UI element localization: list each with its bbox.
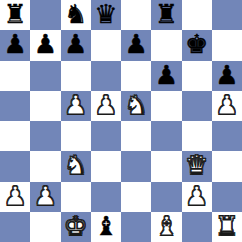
- white-pawn-g2[interactable]: ♟: [185, 183, 208, 209]
- black-pawn-b7[interactable]: ♟: [34, 31, 57, 57]
- square-b7[interactable]: ♟: [30, 30, 60, 60]
- square-b5[interactable]: [30, 91, 60, 121]
- square-b3[interactable]: [30, 151, 60, 181]
- white-pawn-c5[interactable]: ♟: [64, 92, 87, 118]
- square-d2[interactable]: [91, 182, 121, 212]
- square-c6[interactable]: [61, 61, 91, 91]
- white-pawn-a2[interactable]: ♟: [3, 183, 26, 209]
- black-queen-d8[interactable]: ♛: [94, 1, 117, 27]
- square-b1[interactable]: [30, 212, 60, 242]
- square-d3[interactable]: [91, 151, 121, 181]
- square-g5[interactable]: [182, 91, 212, 121]
- white-pawn-d5[interactable]: ♟: [94, 92, 117, 118]
- black-rook-f8[interactable]: ♜: [155, 1, 178, 27]
- square-b4[interactable]: [30, 121, 60, 151]
- square-c4[interactable]: [61, 121, 91, 151]
- square-b6[interactable]: [30, 61, 60, 91]
- chess-board-container: ♜♞♛♜♟♟♟♟♚♟♟♟♟♞♟♞♛♟♟♟♚♝♝♜: [0, 0, 242, 242]
- square-f2[interactable]: [151, 182, 181, 212]
- black-knight-c8[interactable]: ♞: [64, 1, 87, 27]
- square-h2[interactable]: [212, 182, 242, 212]
- black-pawn-f6[interactable]: ♟: [155, 62, 178, 88]
- black-pawn-c7[interactable]: ♟: [64, 31, 87, 57]
- white-knight-e5[interactable]: ♞: [124, 92, 147, 118]
- white-pawn-h5[interactable]: ♟: [215, 92, 238, 118]
- square-f5[interactable]: [151, 91, 181, 121]
- square-g3[interactable]: ♛: [182, 151, 212, 181]
- square-e1[interactable]: [121, 212, 151, 242]
- square-d6[interactable]: [91, 61, 121, 91]
- square-h6[interactable]: ♟: [212, 61, 242, 91]
- square-g1[interactable]: [182, 212, 212, 242]
- square-c8[interactable]: ♞: [61, 0, 91, 30]
- square-a7[interactable]: ♟: [0, 30, 30, 60]
- square-a4[interactable]: [0, 121, 30, 151]
- square-c1[interactable]: ♚: [61, 212, 91, 242]
- square-e8[interactable]: [121, 0, 151, 30]
- black-bishop-d1[interactable]: ♝: [94, 213, 117, 239]
- square-c7[interactable]: ♟: [61, 30, 91, 60]
- black-king-g7[interactable]: ♚: [185, 31, 208, 57]
- square-f3[interactable]: [151, 151, 181, 181]
- black-pawn-a7[interactable]: ♟: [3, 31, 26, 57]
- square-e6[interactable]: [121, 61, 151, 91]
- square-d8[interactable]: ♛: [91, 0, 121, 30]
- square-a1[interactable]: [0, 212, 30, 242]
- square-f1[interactable]: ♝: [151, 212, 181, 242]
- square-c3[interactable]: ♞: [61, 151, 91, 181]
- square-e3[interactable]: [121, 151, 151, 181]
- chess-board: ♜♞♛♜♟♟♟♟♚♟♟♟♟♞♟♞♛♟♟♟♚♝♝♜: [0, 0, 242, 242]
- square-e5[interactable]: ♞: [121, 91, 151, 121]
- square-a3[interactable]: [0, 151, 30, 181]
- square-h4[interactable]: [212, 121, 242, 151]
- square-c2[interactable]: [61, 182, 91, 212]
- square-d7[interactable]: [91, 30, 121, 60]
- square-b8[interactable]: [30, 0, 60, 30]
- square-e2[interactable]: [121, 182, 151, 212]
- white-king-c1[interactable]: ♚: [64, 213, 87, 239]
- square-f6[interactable]: ♟: [151, 61, 181, 91]
- square-g4[interactable]: [182, 121, 212, 151]
- square-d1[interactable]: ♝: [91, 212, 121, 242]
- square-h7[interactable]: [212, 30, 242, 60]
- square-d4[interactable]: [91, 121, 121, 151]
- square-f4[interactable]: [151, 121, 181, 151]
- square-a6[interactable]: [0, 61, 30, 91]
- square-g2[interactable]: ♟: [182, 182, 212, 212]
- white-pawn-b2[interactable]: ♟: [34, 183, 57, 209]
- square-g6[interactable]: [182, 61, 212, 91]
- square-h5[interactable]: ♟: [212, 91, 242, 121]
- white-bishop-f1[interactable]: ♝: [155, 213, 178, 239]
- white-rook-h1[interactable]: ♜: [215, 213, 238, 239]
- square-f8[interactable]: ♜: [151, 0, 181, 30]
- square-h8[interactable]: [212, 0, 242, 30]
- square-h1[interactable]: ♜: [212, 212, 242, 242]
- black-pawn-e7[interactable]: ♟: [124, 31, 147, 57]
- square-g7[interactable]: ♚: [182, 30, 212, 60]
- square-c5[interactable]: ♟: [61, 91, 91, 121]
- square-f7[interactable]: [151, 30, 181, 60]
- square-d5[interactable]: ♟: [91, 91, 121, 121]
- square-b2[interactable]: ♟: [30, 182, 60, 212]
- white-queen-g3[interactable]: ♛: [185, 152, 208, 178]
- square-e7[interactable]: ♟: [121, 30, 151, 60]
- square-a2[interactable]: ♟: [0, 182, 30, 212]
- square-g8[interactable]: [182, 0, 212, 30]
- square-a8[interactable]: ♜: [0, 0, 30, 30]
- square-a5[interactable]: [0, 91, 30, 121]
- black-pawn-h6[interactable]: ♟: [215, 62, 238, 88]
- black-rook-a8[interactable]: ♜: [3, 1, 26, 27]
- white-knight-c3[interactable]: ♞: [64, 152, 87, 178]
- square-h3[interactable]: [212, 151, 242, 181]
- square-e4[interactable]: [121, 121, 151, 151]
